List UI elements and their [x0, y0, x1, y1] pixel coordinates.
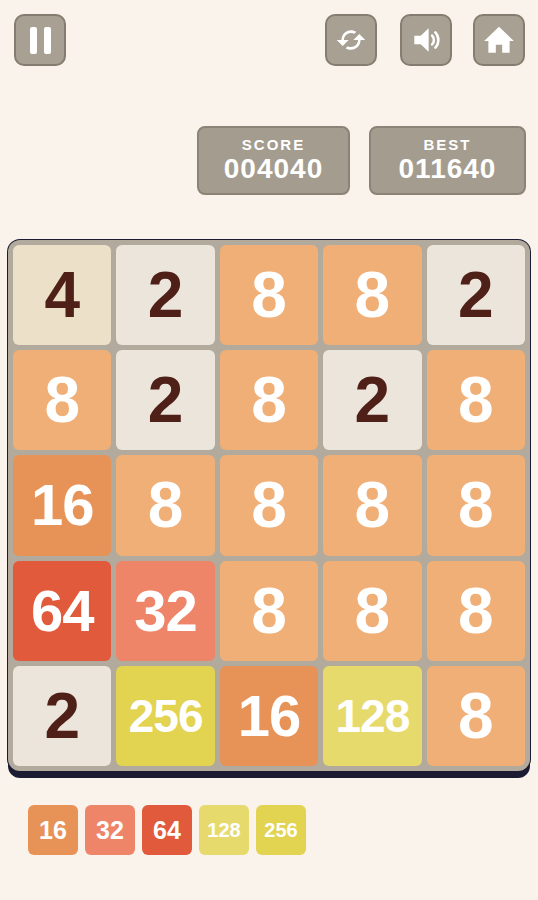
restart-button[interactable] — [325, 14, 377, 66]
tile-r5c5: 8 — [427, 666, 525, 766]
score-box: SCORE 004040 — [197, 126, 350, 195]
tile-r4c1: 64 — [13, 561, 111, 661]
tile-r2c5: 8 — [427, 350, 525, 450]
best-value: 011640 — [399, 154, 497, 185]
legend-tile-16: 16 — [28, 805, 78, 855]
pause-button[interactable] — [14, 14, 66, 66]
tile-r3c5: 8 — [427, 455, 525, 555]
tile-r4c5: 8 — [427, 561, 525, 661]
tile-r4c3: 8 — [220, 561, 318, 661]
score-value: 004040 — [224, 154, 323, 185]
score-label: SCORE — [242, 136, 305, 155]
tile-r1c2: 2 — [116, 245, 214, 345]
restart-icon — [334, 23, 368, 57]
tile-r3c4: 8 — [323, 455, 421, 555]
tile-r2c3: 8 — [220, 350, 318, 450]
tile-r4c2: 32 — [116, 561, 214, 661]
tile-r3c3: 8 — [220, 455, 318, 555]
tile-r3c2: 8 — [116, 455, 214, 555]
legend-tile-256: 256 — [256, 805, 306, 855]
sound-button[interactable] — [400, 14, 452, 66]
home-button[interactable] — [473, 14, 525, 66]
tile-r3c1: 16 — [13, 455, 111, 555]
tile-r5c4: 128 — [323, 666, 421, 766]
speaker-icon — [409, 23, 443, 57]
legend-tile-64: 64 — [142, 805, 192, 855]
tile-r2c1: 8 — [13, 350, 111, 450]
board-frame: 428828282816888864328882256161288 — [8, 240, 530, 771]
tile-r2c4: 2 — [323, 350, 421, 450]
tile-r1c3: 8 — [220, 245, 318, 345]
tile-r5c1: 2 — [13, 666, 111, 766]
best-label: BEST — [423, 136, 471, 155]
tile-r4c4: 8 — [323, 561, 421, 661]
home-icon — [482, 23, 516, 57]
tile-r1c1: 4 — [13, 245, 111, 345]
tile-legend: 163264128256 — [28, 805, 306, 855]
tile-r1c5: 2 — [427, 245, 525, 345]
pause-icon — [30, 27, 51, 54]
legend-tile-32: 32 — [85, 805, 135, 855]
legend-tile-128: 128 — [199, 805, 249, 855]
board-grid[interactable]: 428828282816888864328882256161288 — [8, 240, 530, 771]
tile-r1c4: 8 — [323, 245, 421, 345]
tile-r5c3: 16 — [220, 666, 318, 766]
tile-r2c2: 2 — [116, 350, 214, 450]
tile-r5c2: 256 — [116, 666, 214, 766]
best-box: BEST 011640 — [369, 126, 526, 195]
